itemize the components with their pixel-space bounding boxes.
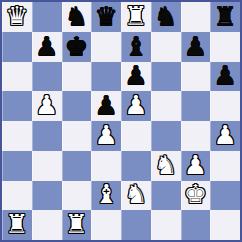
- square-a7[interactable]: [2, 32, 32, 62]
- white-rook[interactable]: ♜: [5, 211, 28, 237]
- square-b8[interactable]: [32, 2, 62, 32]
- square-d1[interactable]: [91, 210, 121, 240]
- square-e7[interactable]: ♝: [121, 32, 151, 62]
- white-pawn[interactable]: ♟: [94, 122, 117, 148]
- square-f6[interactable]: [151, 62, 181, 92]
- square-h3[interactable]: [210, 151, 240, 181]
- black-knight[interactable]: ♞: [65, 3, 88, 29]
- black-pawn[interactable]: ♟: [124, 62, 147, 88]
- square-h5[interactable]: [210, 91, 240, 121]
- square-f4[interactable]: [151, 121, 181, 151]
- square-c4[interactable]: [62, 121, 92, 151]
- black-king[interactable]: ♚: [65, 33, 88, 59]
- square-h1[interactable]: [210, 210, 240, 240]
- square-a6[interactable]: [2, 62, 32, 92]
- black-knight[interactable]: ♞: [154, 3, 177, 29]
- square-g1[interactable]: [181, 210, 211, 240]
- square-c6[interactable]: [62, 62, 92, 92]
- black-rook[interactable]: ♜: [213, 3, 236, 29]
- square-b7[interactable]: ♟: [32, 32, 62, 62]
- square-e2[interactable]: ♞: [121, 181, 151, 211]
- square-d2[interactable]: ♝: [91, 181, 121, 211]
- square-g6[interactable]: [181, 62, 211, 92]
- square-a8[interactable]: ♛: [2, 2, 32, 32]
- square-d4[interactable]: ♟: [91, 121, 121, 151]
- square-d6[interactable]: [91, 62, 121, 92]
- black-pawn[interactable]: ♟: [184, 33, 207, 59]
- square-g5[interactable]: [181, 91, 211, 121]
- square-d7[interactable]: [91, 32, 121, 62]
- square-c7[interactable]: ♚: [62, 32, 92, 62]
- white-pawn[interactable]: ♟: [124, 92, 147, 118]
- square-f2[interactable]: [151, 181, 181, 211]
- square-g4[interactable]: [181, 121, 211, 151]
- square-b2[interactable]: [32, 181, 62, 211]
- black-pawn[interactable]: ♟: [35, 33, 58, 59]
- black-queen[interactable]: ♛: [94, 3, 117, 29]
- square-a1[interactable]: ♜: [2, 210, 32, 240]
- square-c8[interactable]: ♞: [62, 2, 92, 32]
- square-c3[interactable]: [62, 151, 92, 181]
- square-b4[interactable]: [32, 121, 62, 151]
- square-d3[interactable]: [91, 151, 121, 181]
- white-king[interactable]: ♚: [184, 181, 207, 207]
- square-a4[interactable]: [2, 121, 32, 151]
- white-pawn[interactable]: ♟: [35, 92, 58, 118]
- black-pawn[interactable]: ♟: [94, 92, 117, 118]
- white-bishop[interactable]: ♝: [94, 181, 117, 207]
- square-g8[interactable]: [181, 2, 211, 32]
- square-e5[interactable]: ♟: [121, 91, 151, 121]
- square-g3[interactable]: ♟: [181, 151, 211, 181]
- white-rook[interactable]: ♜: [124, 3, 147, 29]
- white-rook[interactable]: ♜: [65, 211, 88, 237]
- white-knight[interactable]: ♞: [124, 181, 147, 207]
- square-e6[interactable]: ♟: [121, 62, 151, 92]
- square-h4[interactable]: ♟: [210, 121, 240, 151]
- square-e4[interactable]: [121, 121, 151, 151]
- square-f3[interactable]: ♞: [151, 151, 181, 181]
- square-f1[interactable]: [151, 210, 181, 240]
- square-h8[interactable]: ♜: [210, 2, 240, 32]
- black-bishop[interactable]: ♝: [124, 33, 147, 59]
- square-a2[interactable]: [2, 181, 32, 211]
- square-c5[interactable]: [62, 91, 92, 121]
- square-g7[interactable]: ♟: [181, 32, 211, 62]
- square-h7[interactable]: [210, 32, 240, 62]
- square-d8[interactable]: ♛: [91, 2, 121, 32]
- square-c2[interactable]: [62, 181, 92, 211]
- square-c1[interactable]: ♜: [62, 210, 92, 240]
- square-b3[interactable]: [32, 151, 62, 181]
- square-e3[interactable]: [121, 151, 151, 181]
- square-f8[interactable]: ♞: [151, 2, 181, 32]
- white-pawn[interactable]: ♟: [213, 122, 236, 148]
- square-h6[interactable]: ♟: [210, 62, 240, 92]
- square-a3[interactable]: [2, 151, 32, 181]
- square-b6[interactable]: [32, 62, 62, 92]
- square-a5[interactable]: [2, 91, 32, 121]
- square-e1[interactable]: [121, 210, 151, 240]
- square-d5[interactable]: ♟: [91, 91, 121, 121]
- chess-board: ♛♞♛♜♞♜♟♚♝♟♟♟♟♟♟♟♟♞♟♝♞♚♜♜: [0, 0, 242, 242]
- square-b1[interactable]: [32, 210, 62, 240]
- square-b5[interactable]: ♟: [32, 91, 62, 121]
- white-queen[interactable]: ♛: [5, 3, 28, 29]
- white-pawn[interactable]: ♟: [184, 152, 207, 178]
- square-f5[interactable]: [151, 91, 181, 121]
- square-e8[interactable]: ♜: [121, 2, 151, 32]
- square-g2[interactable]: ♚: [181, 181, 211, 211]
- white-knight[interactable]: ♞: [154, 152, 177, 178]
- square-f7[interactable]: [151, 32, 181, 62]
- black-pawn[interactable]: ♟: [213, 62, 236, 88]
- square-h2[interactable]: [210, 181, 240, 211]
